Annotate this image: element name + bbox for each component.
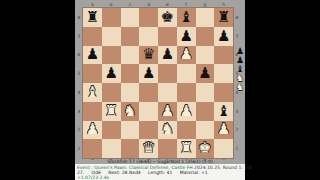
square-b3[interactable]: ♜ [102,102,121,121]
square-a2[interactable]: ♟ [83,121,102,140]
square-g7[interactable] [196,27,215,46]
event-line: Event : Queen's Pawn: Classical Defense,… [77,165,243,170]
coord-label: 1 [77,139,81,158]
square-h1[interactable] [214,139,233,158]
coord-label: 8 [235,8,239,27]
square-a8[interactable]: ♜ [83,8,102,27]
square-h4[interactable] [214,83,233,102]
coord-label: f [177,2,196,7]
coord-label: b [102,2,121,7]
square-e8[interactable]: ♚ [158,8,177,27]
file-labels-top: abcdefgh [83,2,233,7]
black-pawn: ♟ [86,47,99,62]
coord-label: h [214,2,233,7]
square-b5[interactable]: ♟ [102,64,121,83]
square-h8[interactable]: ♜ [214,8,233,27]
square-f2[interactable] [177,121,196,140]
square-h3[interactable]: ♝ [214,102,233,121]
square-g5[interactable]: ♟ [196,64,215,83]
square-e1[interactable] [158,139,177,158]
coord-label: 6 [77,46,81,65]
coord-label: c [121,2,140,7]
material-balance: Material: +1 [180,170,208,175]
square-b2[interactable] [102,121,121,140]
black-bishop: ♝ [217,103,230,118]
coord-label: 2 [235,121,239,140]
players-line: Stockfish 17 (3644) -- SugarNoU 1 (3561)… [75,159,245,164]
square-f3[interactable]: ♟ [177,102,196,121]
square-d7[interactable] [139,27,158,46]
coord-label: 5 [77,64,81,83]
coord-label: 1 [235,139,239,158]
white-king: ♚ [198,141,211,156]
square-h2[interactable]: ♟ [214,121,233,140]
coord-label: e [158,2,177,7]
white-bishop: ♝ [86,84,99,99]
coord-label: 7 [235,27,239,46]
square-e6[interactable]: ♟ [158,46,177,65]
square-d3[interactable] [139,102,158,121]
black-rook: ♜ [86,9,99,24]
square-e4[interactable] [158,83,177,102]
coord-label: 3 [235,102,239,121]
video-frame: abcdefgh abcdefgh 87654321 87654321 ♜♚♝♜… [0,0,320,180]
square-d4[interactable] [139,83,158,102]
captured-pieces-tray: ♟♟♝♞♞ [235,47,245,92]
white-rook: ♜ [179,141,192,156]
square-e7[interactable] [158,27,177,46]
square-d2[interactable] [139,121,158,140]
coord-label: g [196,2,215,7]
square-g6[interactable] [196,46,215,65]
white-queen: ♛ [142,141,155,156]
square-a3[interactable] [83,102,102,121]
square-c7[interactable] [121,27,140,46]
square-c1[interactable] [121,139,140,158]
black-rook: ♜ [217,9,230,24]
square-g8[interactable] [196,8,215,27]
square-c8[interactable] [121,8,140,27]
square-f7[interactable]: ♟ [177,27,196,46]
square-c6[interactable] [121,46,140,65]
coord-label: 2 [77,121,81,140]
event-text: Event : Queen's Pawn: Classical Defense,… [77,165,193,170]
square-a4[interactable]: ♝ [83,83,102,102]
black-pawn: ♟ [217,28,230,43]
square-e2[interactable]: ♞ [158,121,177,140]
square-g2[interactable] [196,121,215,140]
square-f8[interactable]: ♝ [177,8,196,27]
coord-label: 3 [77,102,81,121]
square-d5[interactable]: ♟ [139,64,158,83]
white-rook: ♜ [104,103,117,118]
info-panel: Event : Queen's Pawn: Classical Defense,… [75,164,245,180]
white-pawn: ♟ [179,103,192,118]
square-d1[interactable]: ♛ [139,139,158,158]
date-text: 2024.10.25, Round 1: 1-0 [194,165,251,170]
black-pawn: ♟ [198,66,211,81]
square-b6[interactable] [102,46,121,65]
last-move: Qd6 [92,170,101,175]
square-h7[interactable]: ♟ [214,27,233,46]
coord-label: 8 [77,8,81,27]
move-number: 27. [77,170,84,175]
black-pawn: ♟ [179,28,192,43]
game-length: Length: 41 [148,170,172,175]
square-b7[interactable] [102,27,121,46]
square-d6[interactable]: ♛ [139,46,158,65]
square-g4[interactable] [196,83,215,102]
square-a6[interactable]: ♟ [83,46,102,65]
white-pawn: ♟ [179,47,192,62]
engine-eval: +1.07/23 2.4s [77,175,243,180]
square-c2[interactable] [121,121,140,140]
coord-label: 4 [77,83,81,102]
square-f1[interactable]: ♜ [177,139,196,158]
square-f6[interactable]: ♟ [177,46,196,65]
white-knight: ♞ [161,122,174,137]
white-pawn: ♟ [86,122,99,137]
black-pawn: ♟ [161,47,174,62]
square-a7[interactable] [83,27,102,46]
white-knight: ♞ [123,103,136,118]
coord-label: 7 [77,27,81,46]
chess-stage: abcdefgh abcdefgh 87654321 87654321 ♜♚♝♜… [75,0,245,180]
square-g3[interactable] [196,102,215,121]
square-c5[interactable] [121,64,140,83]
square-a5[interactable] [83,64,102,83]
square-e5[interactable] [158,64,177,83]
rank-labels-left: 87654321 [77,8,81,158]
square-f4[interactable] [177,83,196,102]
black-queen: ♛ [142,47,155,62]
square-b1[interactable] [102,139,121,158]
square-b8[interactable] [102,8,121,27]
square-f5[interactable] [177,64,196,83]
coord-label: a [83,2,102,7]
black-bishop: ♝ [179,9,192,24]
black-pawn: ♟ [142,66,155,81]
white-knight: ♞ [236,83,244,92]
square-e3[interactable]: ♟ [158,102,177,121]
white-pawn: ♟ [161,103,174,118]
black-king: ♚ [161,9,174,24]
coord-label: d [139,2,158,7]
square-h5[interactable] [214,64,233,83]
square-a1[interactable] [83,139,102,158]
square-h6[interactable] [214,46,233,65]
square-g1[interactable]: ♚ [196,139,215,158]
square-b4[interactable] [102,83,121,102]
black-pawn: ♟ [104,66,117,81]
next-move: Next: 28.Nxd4 [108,170,140,175]
white-pawn: ♟ [217,122,230,137]
square-c4[interactable] [121,83,140,102]
square-c3[interactable]: ♞ [121,102,140,121]
board: ♜♚♝♜♟♟♟♛♟♟♟♟♟♝♜♞♟♟♝♟♞♟♛♜♚ [83,8,233,158]
square-d8[interactable] [139,8,158,27]
